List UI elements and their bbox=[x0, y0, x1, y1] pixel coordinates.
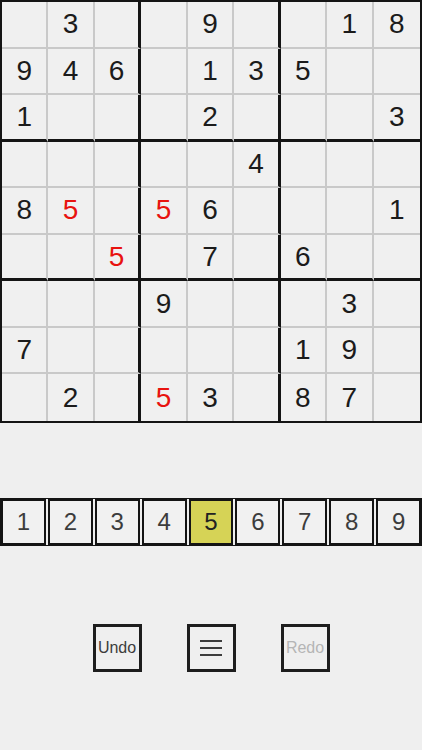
number-key-8[interactable]: 8 bbox=[329, 499, 374, 545]
number-selector: 123456789 bbox=[0, 498, 422, 546]
number-key-7[interactable]: 7 bbox=[282, 499, 327, 545]
cell-r5c9[interactable]: 1 bbox=[374, 188, 420, 235]
cell-r9c3[interactable] bbox=[95, 374, 141, 421]
cell-r3c6[interactable] bbox=[234, 95, 280, 142]
cell-r7c1[interactable] bbox=[2, 281, 48, 328]
cell-r2c7[interactable]: 5 bbox=[281, 49, 327, 96]
cell-r1c1[interactable] bbox=[2, 2, 48, 49]
cell-r1c7[interactable] bbox=[281, 2, 327, 49]
cell-r9c1[interactable] bbox=[2, 374, 48, 421]
cell-r4c3[interactable] bbox=[95, 142, 141, 189]
cell-r1c9[interactable]: 8 bbox=[374, 2, 420, 49]
cell-r6c8[interactable] bbox=[327, 235, 373, 282]
cell-r7c9[interactable] bbox=[374, 281, 420, 328]
cell-r5c5[interactable]: 6 bbox=[188, 188, 234, 235]
cell-r7c3[interactable] bbox=[95, 281, 141, 328]
cell-r1c2[interactable]: 3 bbox=[48, 2, 94, 49]
cell-r9c5[interactable]: 3 bbox=[188, 374, 234, 421]
cell-r4c7[interactable] bbox=[281, 142, 327, 189]
cell-r1c4[interactable] bbox=[141, 2, 187, 49]
cell-r8c9[interactable] bbox=[374, 328, 420, 375]
cell-r7c5[interactable] bbox=[188, 281, 234, 328]
cell-r4c9[interactable] bbox=[374, 142, 420, 189]
cell-r6c6[interactable] bbox=[234, 235, 280, 282]
cell-r9c8[interactable]: 7 bbox=[327, 374, 373, 421]
cell-r2c3[interactable]: 6 bbox=[95, 49, 141, 96]
cell-r3c3[interactable] bbox=[95, 95, 141, 142]
cell-r9c7[interactable]: 8 bbox=[281, 374, 327, 421]
cell-r8c6[interactable] bbox=[234, 328, 280, 375]
cell-r3c9[interactable]: 3 bbox=[374, 95, 420, 142]
cell-r8c8[interactable]: 9 bbox=[327, 328, 373, 375]
cell-r7c2[interactable] bbox=[48, 281, 94, 328]
cell-r7c7[interactable] bbox=[281, 281, 327, 328]
sudoku-app: 39189461351234855615769371925387 1234567… bbox=[0, 0, 422, 750]
cell-r3c1[interactable]: 1 bbox=[2, 95, 48, 142]
number-key-1[interactable]: 1 bbox=[1, 499, 46, 545]
cell-r2c6[interactable]: 3 bbox=[234, 49, 280, 96]
menu-button[interactable] bbox=[187, 624, 236, 672]
redo-button[interactable]: Redo bbox=[281, 624, 330, 672]
cell-r2c9[interactable] bbox=[374, 49, 420, 96]
cell-r9c9[interactable] bbox=[374, 374, 420, 421]
undo-button[interactable]: Undo bbox=[93, 624, 142, 672]
cell-r8c3[interactable] bbox=[95, 328, 141, 375]
cell-r2c5[interactable]: 1 bbox=[188, 49, 234, 96]
cell-r3c4[interactable] bbox=[141, 95, 187, 142]
cell-r2c1[interactable]: 9 bbox=[2, 49, 48, 96]
menu-icon bbox=[200, 635, 222, 661]
cell-r6c3[interactable]: 5 bbox=[95, 235, 141, 282]
sudoku-board: 39189461351234855615769371925387 bbox=[0, 0, 422, 423]
cell-r5c8[interactable] bbox=[327, 188, 373, 235]
cell-r6c9[interactable] bbox=[374, 235, 420, 282]
cell-r5c2[interactable]: 5 bbox=[48, 188, 94, 235]
cell-r8c1[interactable]: 7 bbox=[2, 328, 48, 375]
cell-r3c2[interactable] bbox=[48, 95, 94, 142]
cell-r5c7[interactable] bbox=[281, 188, 327, 235]
cell-r7c6[interactable] bbox=[234, 281, 280, 328]
cell-r1c3[interactable] bbox=[95, 2, 141, 49]
cell-r9c6[interactable] bbox=[234, 374, 280, 421]
cell-r7c4[interactable]: 9 bbox=[141, 281, 187, 328]
cell-r3c8[interactable] bbox=[327, 95, 373, 142]
cell-r6c2[interactable] bbox=[48, 235, 94, 282]
number-key-3[interactable]: 3 bbox=[95, 499, 140, 545]
cell-r5c3[interactable] bbox=[95, 188, 141, 235]
cell-r2c8[interactable] bbox=[327, 49, 373, 96]
number-key-6[interactable]: 6 bbox=[235, 499, 280, 545]
cell-r4c4[interactable] bbox=[141, 142, 187, 189]
cell-r1c5[interactable]: 9 bbox=[188, 2, 234, 49]
controls-bar: Undo Redo bbox=[0, 624, 422, 672]
number-key-2[interactable]: 2 bbox=[48, 499, 93, 545]
cell-r1c6[interactable] bbox=[234, 2, 280, 49]
cell-r6c4[interactable] bbox=[141, 235, 187, 282]
cell-r8c4[interactable] bbox=[141, 328, 187, 375]
cell-r5c1[interactable]: 8 bbox=[2, 188, 48, 235]
number-key-9[interactable]: 9 bbox=[376, 499, 421, 545]
cell-r4c1[interactable] bbox=[2, 142, 48, 189]
cell-r9c2[interactable]: 2 bbox=[48, 374, 94, 421]
cell-r1c8[interactable]: 1 bbox=[327, 2, 373, 49]
cell-r8c7[interactable]: 1 bbox=[281, 328, 327, 375]
cell-r2c4[interactable] bbox=[141, 49, 187, 96]
number-key-4[interactable]: 4 bbox=[142, 499, 187, 545]
cell-r8c2[interactable] bbox=[48, 328, 94, 375]
cell-r9c4[interactable]: 5 bbox=[141, 374, 187, 421]
cell-r4c8[interactable] bbox=[327, 142, 373, 189]
cell-r5c4[interactable]: 5 bbox=[141, 188, 187, 235]
cell-r5c6[interactable] bbox=[234, 188, 280, 235]
cell-r7c8[interactable]: 3 bbox=[327, 281, 373, 328]
cell-r2c2[interactable]: 4 bbox=[48, 49, 94, 96]
cell-r6c7[interactable]: 6 bbox=[281, 235, 327, 282]
cell-r6c1[interactable] bbox=[2, 235, 48, 282]
cell-r6c5[interactable]: 7 bbox=[188, 235, 234, 282]
cell-r4c6[interactable]: 4 bbox=[234, 142, 280, 189]
cell-r3c5[interactable]: 2 bbox=[188, 95, 234, 142]
cell-r4c5[interactable] bbox=[188, 142, 234, 189]
cell-r3c7[interactable] bbox=[281, 95, 327, 142]
cell-r4c2[interactable] bbox=[48, 142, 94, 189]
cell-r8c5[interactable] bbox=[188, 328, 234, 375]
number-key-5[interactable]: 5 bbox=[189, 499, 234, 545]
